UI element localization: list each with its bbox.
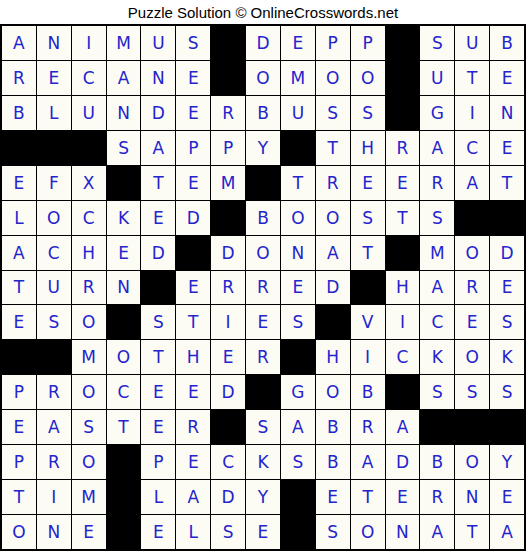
letter-cell: K [246, 445, 280, 479]
block-cell [107, 480, 141, 514]
letter-cell: C [72, 61, 106, 95]
letter-cell: D [141, 236, 175, 270]
letter-cell: S [316, 515, 350, 549]
letter-cell: T [141, 340, 175, 374]
letter-cell: E [211, 340, 245, 374]
block-cell [281, 515, 315, 549]
letter-cell: B [316, 410, 350, 444]
letter-cell: E [2, 305, 36, 339]
letter-cell: O [37, 201, 71, 235]
puzzle-solution-page: Puzzle Solution © OnlineCrosswords.net A… [0, 0, 526, 551]
letter-cell: E [176, 271, 210, 305]
letter-cell: A [316, 236, 350, 270]
letter-cell: N [37, 26, 71, 60]
block-cell [211, 61, 245, 95]
letter-cell: I [455, 96, 489, 130]
letter-cell: D [316, 271, 350, 305]
letter-cell: P [211, 131, 245, 165]
letter-cell: H [386, 271, 420, 305]
block-cell [107, 515, 141, 549]
block-cell [176, 236, 210, 270]
letter-cell: E [281, 271, 315, 305]
block-cell [455, 410, 489, 444]
letter-cell: T [2, 480, 36, 514]
letter-cell: E [490, 480, 524, 514]
letter-cell: S [316, 96, 350, 130]
block-cell [386, 26, 420, 60]
letter-cell: O [316, 61, 350, 95]
letter-cell: E [2, 166, 36, 200]
block-cell [37, 340, 71, 374]
letter-cell: G [420, 96, 454, 130]
letter-cell: E [141, 410, 175, 444]
letter-cell: E [176, 61, 210, 95]
letter-cell: T [176, 305, 210, 339]
letter-cell: C [420, 305, 454, 339]
letter-cell: R [386, 131, 420, 165]
letter-cell: E [176, 166, 210, 200]
letter-cell: H [176, 340, 210, 374]
letter-cell: B [2, 96, 36, 130]
letter-cell: D [176, 201, 210, 235]
letter-cell: A [386, 410, 420, 444]
letter-cell: N [37, 515, 71, 549]
letter-cell: E [2, 410, 36, 444]
letter-cell: U [281, 96, 315, 130]
letter-cell: T [107, 410, 141, 444]
letter-cell: S [490, 305, 524, 339]
letter-cell: E [386, 166, 420, 200]
block-cell [351, 271, 385, 305]
letter-cell: L [2, 201, 36, 235]
letter-cell: N [490, 96, 524, 130]
letter-cell: E [490, 131, 524, 165]
letter-cell: O [455, 340, 489, 374]
letter-cell: E [246, 515, 280, 549]
letter-cell: E [141, 515, 175, 549]
letter-cell: M [107, 26, 141, 60]
letter-cell: B [316, 445, 350, 479]
letter-cell: I [386, 305, 420, 339]
letter-cell: B [246, 201, 280, 235]
letter-cell: I [72, 26, 106, 60]
letter-cell: O [455, 236, 489, 270]
block-cell [2, 340, 36, 374]
letter-cell: T [386, 201, 420, 235]
letter-cell: S [420, 201, 454, 235]
letter-cell: B [420, 445, 454, 479]
letter-cell: A [141, 131, 175, 165]
letter-cell: Y [490, 445, 524, 479]
letter-cell: H [316, 340, 350, 374]
letter-cell: P [2, 445, 36, 479]
letter-cell: D [211, 375, 245, 409]
letter-cell: O [316, 375, 350, 409]
letter-cell: R [420, 480, 454, 514]
letter-cell: T [316, 131, 350, 165]
block-cell [211, 201, 245, 235]
letter-cell: D [211, 480, 245, 514]
letter-cell: Y [246, 131, 280, 165]
letter-cell: U [72, 96, 106, 130]
letter-cell: I [351, 340, 385, 374]
letter-cell: O [246, 61, 280, 95]
letter-cell: O [107, 340, 141, 374]
letter-cell: R [455, 271, 489, 305]
letter-cell: E [37, 61, 71, 95]
letter-cell: U [420, 61, 454, 95]
letter-cell: P [351, 26, 385, 60]
letter-cell: P [141, 445, 175, 479]
letter-cell: G [281, 375, 315, 409]
letter-cell: A [420, 515, 454, 549]
letter-cell: A [2, 236, 36, 270]
letter-cell: M [420, 236, 454, 270]
letter-cell: E [490, 61, 524, 95]
letter-cell: C [211, 445, 245, 479]
letter-cell: S [246, 410, 280, 444]
letter-cell: S [420, 26, 454, 60]
letter-cell: I [37, 480, 71, 514]
letter-cell: L [141, 480, 175, 514]
letter-cell: L [176, 515, 210, 549]
letter-cell: P [176, 131, 210, 165]
letter-cell: E [176, 96, 210, 130]
block-cell [281, 480, 315, 514]
letter-cell: M [72, 340, 106, 374]
block-cell [246, 166, 280, 200]
letter-cell: K [107, 201, 141, 235]
block-cell [107, 305, 141, 339]
letter-cell: V [351, 305, 385, 339]
block-cell [490, 410, 524, 444]
letter-cell: H [351, 131, 385, 165]
letter-cell: M [72, 480, 106, 514]
letter-cell: S [455, 375, 489, 409]
letter-cell: T [351, 236, 385, 270]
letter-cell: E [246, 305, 280, 339]
letter-cell: X [72, 166, 106, 200]
letter-cell: S [107, 131, 141, 165]
letter-cell: S [37, 305, 71, 339]
letter-cell: B [246, 96, 280, 130]
block-cell [246, 375, 280, 409]
letter-cell: N [455, 480, 489, 514]
letter-cell: E [351, 166, 385, 200]
letter-cell: S [420, 375, 454, 409]
letter-cell: E [176, 445, 210, 479]
letter-cell: D [211, 236, 245, 270]
block-cell [386, 61, 420, 95]
letter-cell: E [141, 201, 175, 235]
letter-cell: B [490, 26, 524, 60]
letter-cell: K [490, 340, 524, 374]
crossword-grid: ANIMUSDEPPSUBRECANEOMOOUTEBLUNDERBUSSGIN… [0, 24, 526, 551]
letter-cell: T [490, 166, 524, 200]
block-cell [141, 271, 175, 305]
letter-cell: C [455, 131, 489, 165]
letter-cell: E [176, 375, 210, 409]
block-cell [455, 201, 489, 235]
letter-cell: O [72, 445, 106, 479]
letter-cell: A [420, 271, 454, 305]
letter-cell: R [211, 271, 245, 305]
block-cell [420, 410, 454, 444]
letter-cell: O [455, 445, 489, 479]
letter-cell: A [2, 26, 36, 60]
letter-cell: T [141, 166, 175, 200]
letter-cell: A [455, 166, 489, 200]
letter-cell: E [455, 305, 489, 339]
letter-cell: R [37, 375, 71, 409]
letter-cell: U [141, 26, 175, 60]
letter-cell: O [72, 375, 106, 409]
letter-cell: F [37, 166, 71, 200]
letter-cell: E [386, 480, 420, 514]
letter-cell: A [490, 515, 524, 549]
block-cell [386, 236, 420, 270]
letter-cell: E [107, 236, 141, 270]
letter-cell: C [72, 201, 106, 235]
letter-cell: C [37, 236, 71, 270]
letter-cell: B [351, 375, 385, 409]
letter-cell: O [2, 515, 36, 549]
letter-cell: N [141, 61, 175, 95]
letter-cell: M [281, 61, 315, 95]
letter-cell: S [176, 26, 210, 60]
letter-cell: P [2, 375, 36, 409]
letter-cell: S [281, 305, 315, 339]
block-cell [2, 131, 36, 165]
letter-cell: D [141, 96, 175, 130]
block-cell [72, 131, 106, 165]
letter-cell: R [2, 61, 36, 95]
letter-cell: U [37, 271, 71, 305]
block-cell [107, 445, 141, 479]
letter-cell: E [141, 375, 175, 409]
letter-cell: D [246, 26, 280, 60]
letter-cell: N [386, 515, 420, 549]
letter-cell: D [386, 445, 420, 479]
letter-cell: R [176, 410, 210, 444]
letter-cell: P [316, 26, 350, 60]
letter-cell: E [316, 480, 350, 514]
letter-cell: I [211, 305, 245, 339]
letter-cell: A [351, 445, 385, 479]
letter-cell: O [72, 305, 106, 339]
letter-cell: N [281, 236, 315, 270]
letter-cell: A [37, 410, 71, 444]
block-cell [316, 305, 350, 339]
letter-cell: R [420, 166, 454, 200]
letter-cell: R [246, 271, 280, 305]
letter-cell: Y [246, 480, 280, 514]
letter-cell: S [490, 375, 524, 409]
block-cell [386, 96, 420, 130]
letter-cell: R [37, 445, 71, 479]
letter-cell: O [316, 201, 350, 235]
letter-cell: N [107, 271, 141, 305]
letter-cell: H [72, 236, 106, 270]
letter-cell: A [176, 480, 210, 514]
puzzle-title: Puzzle Solution © OnlineCrosswords.net [0, 0, 526, 24]
letter-cell: U [455, 26, 489, 60]
letter-cell: S [351, 201, 385, 235]
letter-cell: S [281, 445, 315, 479]
letter-cell: C [107, 375, 141, 409]
letter-cell: R [211, 96, 245, 130]
letter-cell: A [107, 61, 141, 95]
letter-cell: R [246, 340, 280, 374]
block-cell [386, 375, 420, 409]
letter-cell: C [386, 340, 420, 374]
letter-cell: T [281, 166, 315, 200]
letter-cell: A [420, 131, 454, 165]
letter-cell: O [281, 201, 315, 235]
letter-cell: K [420, 340, 454, 374]
letter-cell: O [351, 515, 385, 549]
letter-cell: S [72, 410, 106, 444]
letter-cell: R [72, 271, 106, 305]
letter-cell: T [455, 515, 489, 549]
block-cell [37, 131, 71, 165]
letter-cell: S [351, 96, 385, 130]
block-cell [211, 410, 245, 444]
block-cell [281, 340, 315, 374]
letter-cell: L [37, 96, 71, 130]
letter-cell: N [107, 96, 141, 130]
letter-cell: S [211, 515, 245, 549]
letter-cell: T [351, 480, 385, 514]
letter-cell: T [455, 61, 489, 95]
block-cell [490, 201, 524, 235]
block-cell [281, 131, 315, 165]
letter-cell: E [281, 26, 315, 60]
letter-cell: O [246, 236, 280, 270]
letter-cell: S [141, 305, 175, 339]
block-cell [107, 166, 141, 200]
letter-cell: M [211, 166, 245, 200]
letter-cell: O [351, 61, 385, 95]
letter-cell: E [72, 515, 106, 549]
letter-cell: D [490, 236, 524, 270]
letter-cell: A [281, 410, 315, 444]
letter-cell: T [2, 271, 36, 305]
letter-cell: R [316, 166, 350, 200]
block-cell [211, 26, 245, 60]
letter-cell: R [351, 410, 385, 444]
letter-cell: E [490, 271, 524, 305]
